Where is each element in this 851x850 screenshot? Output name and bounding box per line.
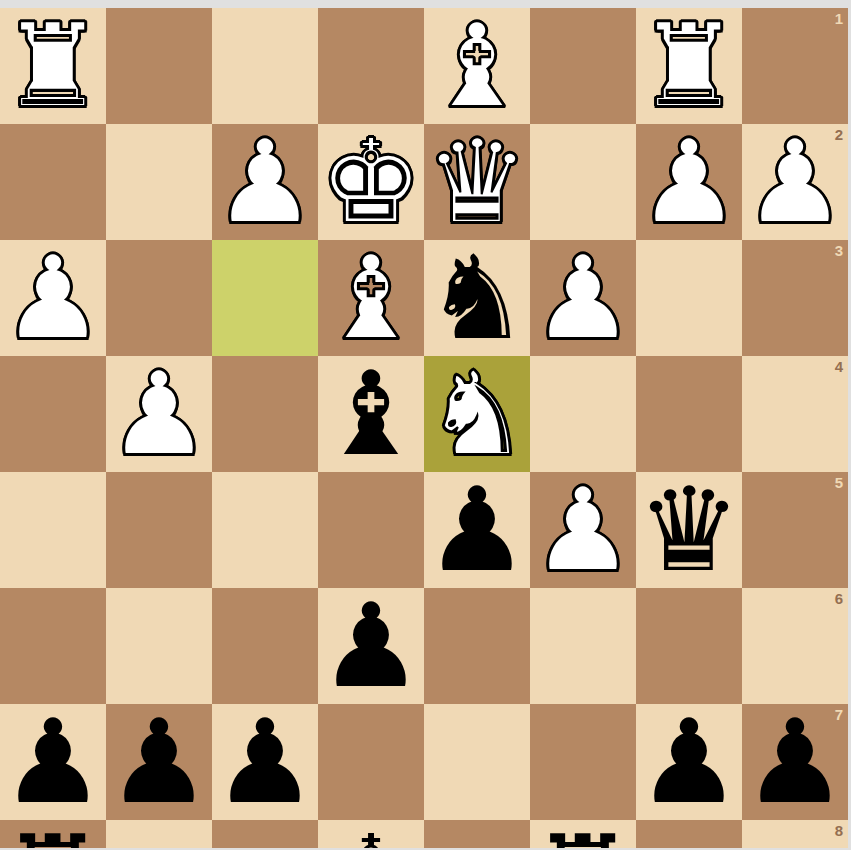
square-f1[interactable] <box>212 8 318 124</box>
square-d6[interactable] <box>424 588 530 704</box>
square-c4[interactable] <box>530 356 636 472</box>
square-f2[interactable]: ♟ <box>212 124 318 240</box>
square-f6[interactable] <box>212 588 318 704</box>
square-b3[interactable] <box>636 240 742 356</box>
piece-black-pawn[interactable]: ♟ <box>425 472 529 588</box>
square-b4[interactable] <box>636 356 742 472</box>
square-f3[interactable] <box>212 240 318 356</box>
square-c8[interactable]: ♜c <box>530 820 636 850</box>
square-d1[interactable]: ♝ <box>424 8 530 124</box>
piece-white-pawn[interactable]: ♟ <box>743 124 847 240</box>
piece-white-pawn[interactable]: ♟ <box>1 240 105 356</box>
piece-white-rook[interactable]: ♜ <box>1 8 105 124</box>
square-e5[interactable] <box>318 472 424 588</box>
square-b7[interactable]: ♟ <box>636 704 742 820</box>
square-h7[interactable]: ♟ <box>0 704 106 820</box>
piece-black-bishop[interactable]: ♝ <box>319 356 423 472</box>
square-h5[interactable] <box>0 472 106 588</box>
square-c2[interactable] <box>530 124 636 240</box>
chess-app: ♜♝♜1♟♚♛♟♟2♟♝♞♟3♟♝♞4♟♟♛5♟6♟♟♟♟♟7♜hgf♚ed♜c… <box>0 0 851 850</box>
square-c1[interactable] <box>530 8 636 124</box>
square-g2[interactable] <box>106 124 212 240</box>
square-e8[interactable]: ♚e <box>318 820 424 850</box>
square-h6[interactable] <box>0 588 106 704</box>
square-h3[interactable]: ♟ <box>0 240 106 356</box>
piece-black-queen[interactable]: ♛ <box>637 472 741 588</box>
piece-white-pawn[interactable]: ♟ <box>637 124 741 240</box>
piece-black-rook[interactable]: ♜ <box>531 820 635 850</box>
square-e3[interactable]: ♝ <box>318 240 424 356</box>
square-d5[interactable]: ♟ <box>424 472 530 588</box>
piece-white-bishop[interactable]: ♝ <box>425 8 529 124</box>
square-g3[interactable] <box>106 240 212 356</box>
square-h1[interactable]: ♜ <box>0 8 106 124</box>
piece-white-king[interactable]: ♚ <box>319 124 423 240</box>
square-f7[interactable]: ♟ <box>212 704 318 820</box>
square-c7[interactable] <box>530 704 636 820</box>
rank-label-2: 2 <box>835 127 843 142</box>
square-d3[interactable]: ♞ <box>424 240 530 356</box>
square-a3[interactable]: 3 <box>742 240 848 356</box>
square-h4[interactable] <box>0 356 106 472</box>
square-d4[interactable]: ♞ <box>424 356 530 472</box>
piece-white-bishop[interactable]: ♝ <box>319 240 423 356</box>
rank-label-3: 3 <box>835 243 843 258</box>
square-g1[interactable] <box>106 8 212 124</box>
piece-black-pawn[interactable]: ♟ <box>107 704 211 820</box>
rank-label-4: 4 <box>835 359 843 374</box>
square-a6[interactable]: 6 <box>742 588 848 704</box>
rank-label-5: 5 <box>835 475 843 490</box>
piece-black-king[interactable]: ♚ <box>319 820 423 850</box>
page-background-top <box>0 0 851 8</box>
square-a4[interactable]: 4 <box>742 356 848 472</box>
square-d2[interactable]: ♛ <box>424 124 530 240</box>
square-d8[interactable]: d <box>424 820 530 850</box>
piece-white-rook[interactable]: ♜ <box>637 8 741 124</box>
square-g6[interactable] <box>106 588 212 704</box>
piece-black-pawn[interactable]: ♟ <box>319 588 423 704</box>
square-g5[interactable] <box>106 472 212 588</box>
piece-black-pawn[interactable]: ♟ <box>743 704 847 820</box>
rank-label-6: 6 <box>835 591 843 606</box>
rank-label-7: 7 <box>835 707 843 722</box>
square-f4[interactable] <box>212 356 318 472</box>
piece-white-pawn[interactable]: ♟ <box>531 240 635 356</box>
piece-black-knight[interactable]: ♞ <box>425 240 529 356</box>
piece-white-knight[interactable]: ♞ <box>425 356 529 472</box>
square-e6[interactable]: ♟ <box>318 588 424 704</box>
piece-black-pawn[interactable]: ♟ <box>1 704 105 820</box>
square-a5[interactable]: 5 <box>742 472 848 588</box>
square-a2[interactable]: ♟2 <box>742 124 848 240</box>
chess-board[interactable]: ♜♝♜1♟♚♛♟♟2♟♝♞♟3♟♝♞4♟♟♛5♟6♟♟♟♟♟7♜hgf♚ed♜c… <box>0 8 848 850</box>
square-b1[interactable]: ♜ <box>636 8 742 124</box>
square-d7[interactable] <box>424 704 530 820</box>
piece-white-pawn[interactable]: ♟ <box>531 472 635 588</box>
square-e4[interactable]: ♝ <box>318 356 424 472</box>
rank-label-1: 1 <box>835 11 843 26</box>
square-e1[interactable] <box>318 8 424 124</box>
square-e7[interactable] <box>318 704 424 820</box>
square-c6[interactable] <box>530 588 636 704</box>
square-b2[interactable]: ♟ <box>636 124 742 240</box>
piece-black-rook[interactable]: ♜ <box>1 820 105 850</box>
piece-white-pawn[interactable]: ♟ <box>213 124 317 240</box>
piece-black-pawn[interactable]: ♟ <box>637 704 741 820</box>
piece-white-queen[interactable]: ♛ <box>425 124 529 240</box>
square-c5[interactable]: ♟ <box>530 472 636 588</box>
piece-white-pawn[interactable]: ♟ <box>107 356 211 472</box>
square-a7[interactable]: ♟7 <box>742 704 848 820</box>
square-f5[interactable] <box>212 472 318 588</box>
square-g4[interactable]: ♟ <box>106 356 212 472</box>
square-c3[interactable]: ♟ <box>530 240 636 356</box>
piece-black-pawn[interactable]: ♟ <box>213 704 317 820</box>
square-e2[interactable]: ♚ <box>318 124 424 240</box>
square-b6[interactable] <box>636 588 742 704</box>
square-h8[interactable]: ♜h <box>0 820 106 850</box>
square-h2[interactable] <box>0 124 106 240</box>
square-g7[interactable]: ♟ <box>106 704 212 820</box>
rank-label-8: 8 <box>835 823 843 838</box>
square-a1[interactable]: 1 <box>742 8 848 124</box>
square-b5[interactable]: ♛ <box>636 472 742 588</box>
